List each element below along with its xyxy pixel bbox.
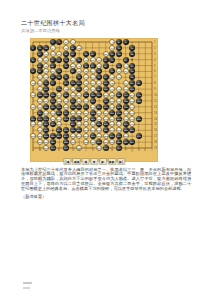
playback-controls: |◀◀◀◀■▶▶▶▶| <box>30 155 158 165</box>
coordinate-label: 5 <box>154 64 156 67</box>
go-stone-white: 24 <box>37 57 43 63</box>
coordinate-label: M <box>105 149 107 152</box>
coordinate-label: 9 <box>154 88 156 91</box>
coordinate-label: C <box>45 149 47 152</box>
go-stone-black: 163 <box>70 104 76 110</box>
coordinate-label: 1 <box>154 41 156 44</box>
go-stone-white: 226 <box>37 139 43 145</box>
go-stone-black: 35 <box>129 51 135 57</box>
playback-button[interactable]: ◀◀ <box>72 158 80 165</box>
go-stone-white: 116 <box>37 98 43 104</box>
go-stone-white: 152 <box>76 110 82 116</box>
go-stone-white: 154 <box>83 110 89 116</box>
go-stone-white: 156 <box>96 110 102 116</box>
go-stone-white: 162 <box>129 110 135 116</box>
go-stone-black: 181 <box>63 110 69 116</box>
go-stone-black: 151 <box>103 98 109 104</box>
go-stone-white: 132 <box>129 98 135 104</box>
go-stone-black: 153 <box>123 98 129 104</box>
coordinate-label: J <box>85 149 86 152</box>
coordinate-label: D <box>52 149 54 152</box>
go-stone-black: 63 <box>103 63 109 69</box>
go-stone-black: 27 <box>83 51 89 57</box>
go-stone-white: 230 <box>70 139 76 145</box>
footer-mark <box>23 282 32 284</box>
go-stone-white: 144 <box>129 104 135 110</box>
coordinate-label: R <box>138 149 140 152</box>
go-stone-black: 249 <box>136 133 142 139</box>
go-board: |◀◀◀◀■▶▶▶▶| 1324657911138101512141719211… <box>30 38 158 162</box>
go-stone-black: 17 <box>116 45 122 51</box>
commentary-paragraph: 本局为上世纪三十年代最令人瞩目的对局之一。执黑者以三三、星、天元的新布局开局，向… <box>21 167 191 191</box>
coordinate-label: 2 <box>154 47 156 50</box>
go-stone-black: 149 <box>90 98 96 104</box>
go-stone-white: 146 <box>43 110 49 116</box>
go-stone-white: 148 <box>50 110 56 116</box>
closing-credit: （新浪体育） <box>21 194 46 200</box>
coordinate-label: A <box>32 149 34 152</box>
go-stone-black: 187 <box>116 110 122 116</box>
coordinate-label: 19 <box>154 147 157 150</box>
go-stone-black: 9 <box>30 45 36 51</box>
go-stone-black: 177 <box>37 110 43 116</box>
go-stone-black: 175 <box>123 104 129 110</box>
go-stone-white: 126 <box>83 98 89 104</box>
go-stone-black: 157 <box>43 104 49 110</box>
go-stone-black: 145 <box>50 98 56 104</box>
playback-button[interactable]: ▶| <box>117 158 125 165</box>
playback-button[interactable]: ▶ <box>99 158 107 165</box>
go-stone-white: 130 <box>116 98 122 104</box>
coordinate-label: 11 <box>154 100 157 103</box>
go-stone-white: 140 <box>90 104 96 110</box>
coordinate-label: B <box>39 149 41 152</box>
coordinate-label: L <box>98 149 100 152</box>
go-stone-black: 173 <box>116 104 122 110</box>
coordinate-label: 8 <box>154 82 156 85</box>
go-stone-black: 185 <box>109 110 115 116</box>
coordinate-label: 3 <box>154 52 156 55</box>
go-stone-black: 183 <box>90 110 96 116</box>
coordinate-label: Q <box>131 149 133 152</box>
go-stone-black: 155 <box>136 98 142 104</box>
go-stone-black: 33 <box>116 51 122 57</box>
go-stone-white: 232 <box>83 139 89 145</box>
coordinate-label: 14 <box>154 117 157 120</box>
go-stone-white: 158 <box>103 110 109 116</box>
go-stone-black: 25 <box>70 51 76 57</box>
go-stone-black: 7 <box>123 39 129 45</box>
playback-button[interactable]: ◀ <box>81 158 89 165</box>
go-stone-white: 150 <box>70 110 76 116</box>
coordinate-label: G <box>72 149 74 152</box>
go-stone-black: 11 <box>37 45 43 51</box>
coordinate-label: 16 <box>154 129 157 132</box>
coordinate-label: T <box>151 149 153 152</box>
go-stone-white: 122 <box>63 98 69 104</box>
go-stone-white: 18 <box>50 51 56 57</box>
go-stone-white: 8 <box>50 45 56 51</box>
go-stone-black: 39 <box>50 57 56 63</box>
coordinate-label: F <box>65 149 67 152</box>
go-stone-black: 259 <box>123 139 129 145</box>
coordinate-label: 13 <box>154 111 157 114</box>
go-stone-black: 57 <box>63 63 69 69</box>
go-stone-black: 43 <box>63 57 69 63</box>
coordinate-label: 18 <box>154 141 157 144</box>
go-stone-black: 47 <box>103 57 109 63</box>
coordinate-label: 10 <box>154 94 157 97</box>
go-stone-black: 171 <box>103 104 109 110</box>
go-stone-white: 102 <box>30 92 36 98</box>
go-stone-black: 167 <box>83 104 89 110</box>
go-stone-white: 30 <box>83 57 89 63</box>
go-stone-white: 16 <box>43 51 49 57</box>
coordinate-label: K <box>92 149 94 152</box>
game-players-subtitle: 吴清源—本因坊秀哉 <box>21 28 60 34</box>
playback-button[interactable]: |◀ <box>63 158 71 165</box>
go-stone-white: 28 <box>70 57 76 63</box>
go-stone-black: 15 <box>70 45 76 51</box>
page-title: 二十世纪围棋十大名局 <box>21 19 85 28</box>
go-stone-white: 22 <box>103 51 109 57</box>
go-stone-white: 34 <box>96 57 102 63</box>
go-stone-black: 23 <box>63 51 69 57</box>
article-page: 二十世纪围棋十大名局 吴清源—本因坊秀哉 |◀◀◀◀■▶▶▶▶| 1324657… <box>0 0 210 297</box>
coordinate-label: O <box>118 149 120 152</box>
go-stone-black: 29 <box>90 51 96 57</box>
go-stone-white: 234 <box>90 139 96 145</box>
go-stone-black: 147 <box>70 98 76 104</box>
go-stone-white: 26 <box>43 57 49 63</box>
go-stone-black: 19 <box>129 45 135 51</box>
go-stone-black: 111 <box>136 80 142 86</box>
go-stone-white: 160 <box>123 110 129 116</box>
go-stone-black: 49 <box>109 57 115 63</box>
coordinate-label: 4 <box>154 58 156 61</box>
go-stone-black: 45 <box>76 57 82 63</box>
go-stone-black: 195 <box>63 116 69 122</box>
playback-button[interactable]: ■ <box>90 158 98 165</box>
coordinate-label: 7 <box>154 76 156 79</box>
go-stone-black: 51 <box>123 57 129 63</box>
playback-button[interactable]: ▶▶ <box>108 158 116 165</box>
go-stone-black: 205 <box>136 116 142 122</box>
coordinate-label: H <box>78 149 80 152</box>
go-stone-black: 159 <box>50 104 56 110</box>
go-stone-white: 138 <box>63 104 69 110</box>
go-stone-black: 21 <box>37 51 43 57</box>
coordinate-label: P <box>125 149 127 152</box>
go-stone-black: 37 <box>30 57 36 63</box>
go-stone-black: 169 <box>96 104 102 110</box>
coordinate-label: 12 <box>154 105 157 108</box>
go-stone-white: 136 <box>37 104 43 110</box>
coordinate-label: 17 <box>154 135 157 138</box>
go-stone-white: 10 <box>63 45 69 51</box>
go-stone-white: 32 <box>90 57 96 63</box>
go-stone-white: 134 <box>30 104 36 110</box>
footer-mark <box>23 287 30 289</box>
